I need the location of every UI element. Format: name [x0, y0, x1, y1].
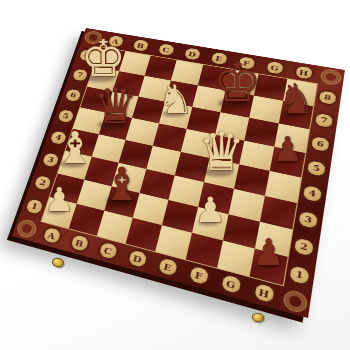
piece-brown-pawn-h1: ♟ — [252, 234, 285, 271]
file-label-top-B: B — [131, 38, 150, 52]
rank-label-left-1: 1 — [24, 197, 45, 216]
file-label-bottom-F: F — [187, 264, 210, 286]
corner-ornament-3 — [282, 288, 309, 314]
rank-label-right-8: 8 — [317, 89, 338, 106]
rank-label-right-6: 6 — [310, 134, 332, 152]
rank-label-right-1: 1 — [288, 263, 312, 286]
rank-label-right-4: 4 — [301, 183, 323, 203]
file-label-bottom-B: B — [68, 233, 90, 253]
piece-brown-king-f7: ♚ — [213, 56, 262, 110]
file-label-bottom-D: D — [126, 248, 149, 269]
brass-hinge-bottom — [251, 312, 264, 323]
file-label-bottom-H: H — [252, 281, 276, 304]
file-label-top-G: G — [265, 60, 285, 76]
rank-label-right-7: 7 — [313, 111, 334, 129]
piece-white-queen-f4: ♛ — [198, 126, 246, 179]
rank-label-left-5: 5 — [56, 108, 76, 124]
file-label-bottom-A: A — [41, 225, 63, 245]
file-label-top-C: C — [156, 42, 175, 57]
piece-brown-bishop-c2: ♝ — [101, 162, 142, 208]
piece-white-pawn-f2: ♟ — [195, 193, 226, 228]
piece-white-bishop-a3: ♝ — [55, 127, 94, 171]
corner-ornament-1 — [320, 68, 343, 86]
rank-label-right-3: 3 — [297, 209, 320, 230]
brass-hinge-left — [51, 257, 65, 269]
piece-brown-knight-h7: ♞ — [277, 78, 314, 119]
piece-brown-queen-b5: ♛ — [93, 82, 137, 132]
file-label-bottom-E: E — [156, 256, 179, 278]
file-label-top-D: D — [182, 46, 202, 61]
corner-ornament-2 — [15, 218, 39, 240]
piece-brown-pawn-h5: ♟ — [272, 132, 303, 166]
file-label-bottom-G: G — [219, 273, 243, 296]
rank-label-right-2: 2 — [292, 236, 315, 258]
file-label-bottom-C: C — [97, 240, 119, 261]
rank-label-right-5: 5 — [305, 158, 327, 177]
piece-white-knight-d6: ♞ — [158, 80, 194, 120]
rank-label-left-6: 6 — [63, 87, 83, 103]
piece-white-pawn-a1: ♟ — [44, 183, 74, 216]
product-photo-chess-set: AABBCCDDEEFFGGHH1122334455667788 ♚♚♞♞♛♟♝… — [0, 0, 350, 350]
